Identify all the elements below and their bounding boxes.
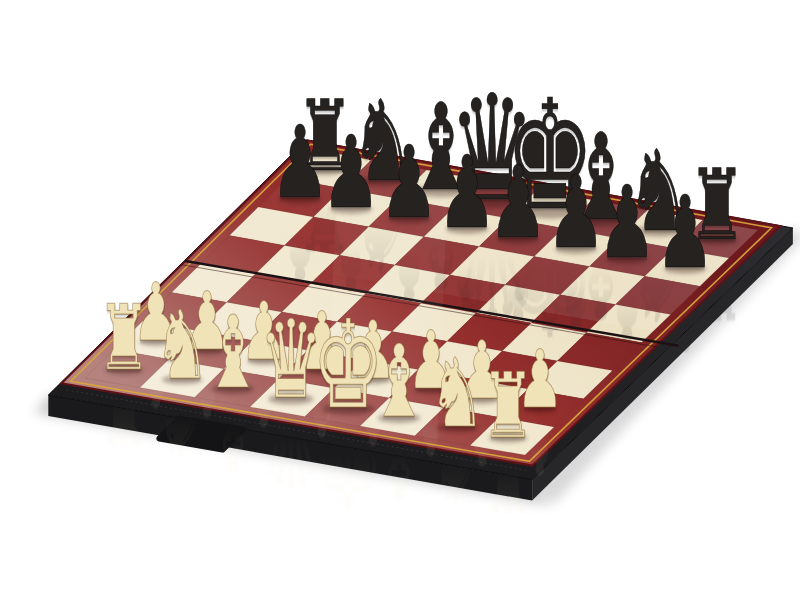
white-bishop-f1[interactable]: ♝ bbox=[370, 332, 429, 432]
black-pawn-h7[interactable]: ♟ bbox=[656, 183, 715, 283]
white-bishop-c1[interactable]: ♝ bbox=[203, 303, 262, 403]
black-pawn-b7[interactable]: ♟ bbox=[322, 123, 381, 223]
white-knight-g1[interactable]: ♞ bbox=[429, 346, 485, 441]
black-pawn-c7[interactable]: ♟ bbox=[380, 133, 439, 233]
black-pawn-g7[interactable]: ♟ bbox=[598, 173, 657, 273]
black-pawn-e7[interactable]: ♟ bbox=[489, 153, 548, 253]
product-photo: ♜♞♝♟♛♟♚♟♝♟♞♟♜♟♟♟♟♟♟♜♟♞♟♝♟♛♟♚♟♝♞♜ ♜♞♝♟♛♟♚… bbox=[0, 0, 800, 600]
white-rook-h1[interactable]: ♜ bbox=[481, 360, 534, 450]
white-rook-a1[interactable]: ♜ bbox=[97, 293, 150, 383]
white-knight-b1[interactable]: ♞ bbox=[154, 298, 210, 393]
